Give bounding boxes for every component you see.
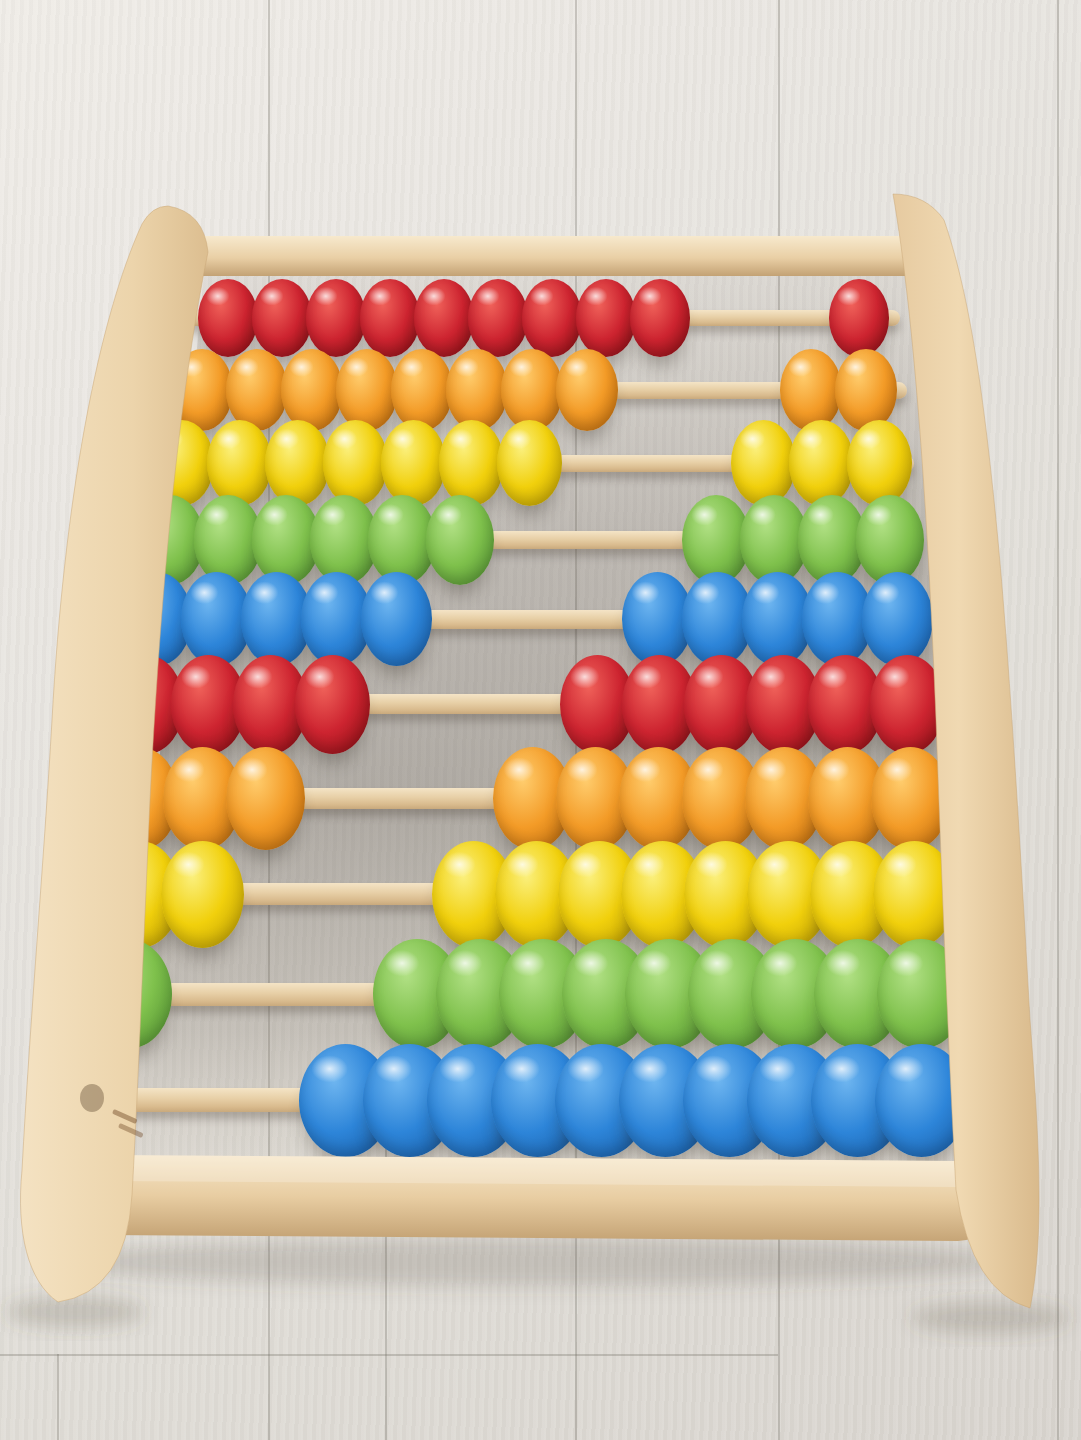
rod-hole-shadow (80, 1084, 104, 1112)
left-side-rail (21, 206, 209, 1302)
top-rail (180, 236, 938, 276)
foot-shadow (5, 1296, 145, 1328)
base-shadow (50, 1238, 1010, 1286)
abacus-photo (0, 0, 1081, 1440)
abacus-frame (0, 0, 1081, 1440)
right-side-rail (893, 194, 1039, 1308)
foot-shadow (910, 1302, 1070, 1334)
